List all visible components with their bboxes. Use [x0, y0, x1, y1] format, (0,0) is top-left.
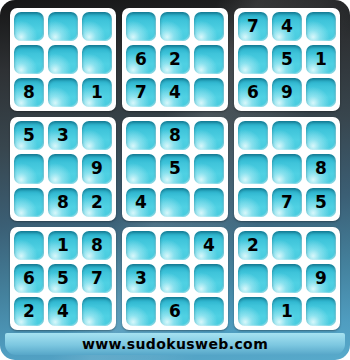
sudoku-grid: 81 6274 745169 53982 854 875 1865724 436… — [10, 8, 340, 330]
cell-r3c3[interactable]: 1 — [82, 78, 112, 107]
cell-r7c6[interactable]: 4 — [194, 231, 224, 260]
cell-r1c2[interactable] — [48, 12, 78, 41]
cell-r3c2[interactable] — [48, 78, 78, 107]
cell-r1c4[interactable] — [126, 12, 156, 41]
cell-r2c8[interactable]: 5 — [272, 45, 302, 74]
cell-r3c5[interactable]: 4 — [160, 78, 190, 107]
cell-r7c9[interactable] — [306, 231, 336, 260]
cell-r5c1[interactable] — [14, 154, 44, 183]
website-link[interactable]: www.sudokusweb.com — [82, 336, 268, 352]
block-r2c3: 875 — [234, 117, 340, 220]
cell-r4c6[interactable] — [194, 121, 224, 150]
cell-r3c8[interactable]: 9 — [272, 78, 302, 107]
cell-r2c1[interactable] — [14, 45, 44, 74]
block-r1c3: 745169 — [234, 8, 340, 111]
cell-r9c5[interactable]: 6 — [160, 297, 190, 326]
cell-r7c2[interactable]: 1 — [48, 231, 78, 260]
cell-r9c6[interactable] — [194, 297, 224, 326]
cell-r8c9[interactable]: 9 — [306, 264, 336, 293]
cell-r8c8[interactable] — [272, 264, 302, 293]
cell-r1c9[interactable] — [306, 12, 336, 41]
cell-r7c7[interactable]: 2 — [238, 231, 268, 260]
cell-r4c9[interactable] — [306, 121, 336, 150]
cell-r9c9[interactable] — [306, 297, 336, 326]
block-r2c1: 53982 — [10, 117, 116, 220]
cell-r1c1[interactable] — [14, 12, 44, 41]
cell-r4c3[interactable] — [82, 121, 112, 150]
cell-r2c3[interactable] — [82, 45, 112, 74]
cell-r6c5[interactable] — [160, 188, 190, 217]
block-r2c2: 854 — [122, 117, 228, 220]
cell-r7c8[interactable] — [272, 231, 302, 260]
cell-r5c6[interactable] — [194, 154, 224, 183]
cell-r3c6[interactable] — [194, 78, 224, 107]
cell-r6c3[interactable]: 2 — [82, 188, 112, 217]
cell-r5c4[interactable] — [126, 154, 156, 183]
cell-r8c4[interactable]: 3 — [126, 264, 156, 293]
cell-r7c4[interactable] — [126, 231, 156, 260]
cell-r2c4[interactable]: 6 — [126, 45, 156, 74]
cell-r4c4[interactable] — [126, 121, 156, 150]
cell-r6c4[interactable]: 4 — [126, 188, 156, 217]
cell-r9c4[interactable] — [126, 297, 156, 326]
cell-r9c3[interactable] — [82, 297, 112, 326]
cell-r4c8[interactable] — [272, 121, 302, 150]
cell-r2c7[interactable] — [238, 45, 268, 74]
cell-r5c8[interactable] — [272, 154, 302, 183]
cell-r7c5[interactable] — [160, 231, 190, 260]
cell-r3c7[interactable]: 6 — [238, 78, 268, 107]
block-r1c1: 81 — [10, 8, 116, 111]
cell-r6c9[interactable]: 5 — [306, 188, 336, 217]
cell-r1c7[interactable]: 7 — [238, 12, 268, 41]
cell-r1c3[interactable] — [82, 12, 112, 41]
cell-r2c2[interactable] — [48, 45, 78, 74]
cell-r9c1[interactable]: 2 — [14, 297, 44, 326]
cell-r1c8[interactable]: 4 — [272, 12, 302, 41]
cell-r9c2[interactable]: 4 — [48, 297, 78, 326]
cell-r2c6[interactable] — [194, 45, 224, 74]
block-r3c3: 291 — [234, 227, 340, 330]
cell-r7c1[interactable] — [14, 231, 44, 260]
cell-r4c5[interactable]: 8 — [160, 121, 190, 150]
cell-r6c1[interactable] — [14, 188, 44, 217]
cell-r5c7[interactable] — [238, 154, 268, 183]
cell-r1c5[interactable] — [160, 12, 190, 41]
footer-band: www.sudokusweb.com — [5, 333, 345, 355]
cell-r3c9[interactable] — [306, 78, 336, 107]
cell-r8c5[interactable] — [160, 264, 190, 293]
sudoku-board: 81 6274 745169 53982 854 875 1865724 436… — [0, 0, 350, 360]
cell-r5c5[interactable]: 5 — [160, 154, 190, 183]
cell-r9c8[interactable]: 1 — [272, 297, 302, 326]
cell-r8c7[interactable] — [238, 264, 268, 293]
cell-r5c9[interactable]: 8 — [306, 154, 336, 183]
cell-r6c8[interactable]: 7 — [272, 188, 302, 217]
cell-r8c1[interactable]: 6 — [14, 264, 44, 293]
cell-r8c3[interactable]: 7 — [82, 264, 112, 293]
cell-r4c7[interactable] — [238, 121, 268, 150]
cell-r5c2[interactable] — [48, 154, 78, 183]
cell-r5c3[interactable]: 9 — [82, 154, 112, 183]
cell-r6c7[interactable] — [238, 188, 268, 217]
block-r3c2: 436 — [122, 227, 228, 330]
cell-r6c2[interactable]: 8 — [48, 188, 78, 217]
cell-r9c7[interactable] — [238, 297, 268, 326]
cell-r2c9[interactable]: 1 — [306, 45, 336, 74]
cell-r8c6[interactable] — [194, 264, 224, 293]
block-r3c1: 1865724 — [10, 227, 116, 330]
cell-r6c6[interactable] — [194, 188, 224, 217]
cell-r2c5[interactable]: 2 — [160, 45, 190, 74]
cell-r4c2[interactable]: 3 — [48, 121, 78, 150]
cell-r1c6[interactable] — [194, 12, 224, 41]
cell-r4c1[interactable]: 5 — [14, 121, 44, 150]
cell-r3c1[interactable]: 8 — [14, 78, 44, 107]
cell-r8c2[interactable]: 5 — [48, 264, 78, 293]
block-r1c2: 6274 — [122, 8, 228, 111]
cell-r7c3[interactable]: 8 — [82, 231, 112, 260]
cell-r3c4[interactable]: 7 — [126, 78, 156, 107]
